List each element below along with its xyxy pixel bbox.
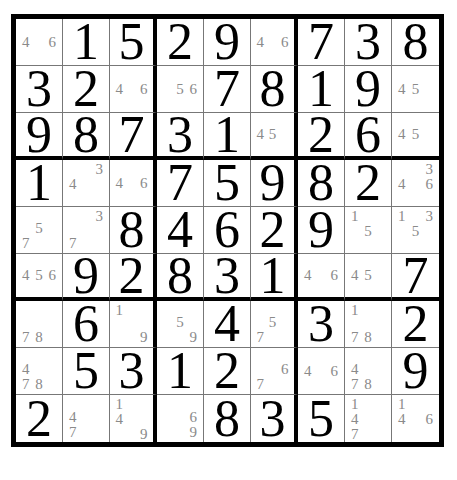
cell-r3c4[interactable]: 3 (157, 113, 204, 160)
empty-candidate-slot (422, 427, 436, 440)
empty-candidate-slot (138, 162, 150, 176)
empty-candidate-slot (32, 350, 45, 362)
solved-digit: 5 (308, 397, 334, 441)
empty-candidate-slot (361, 209, 374, 224)
candidate-digit: 4 (395, 412, 409, 427)
empty-candidate-slot (138, 412, 150, 427)
solved-digit: 3 (355, 20, 381, 64)
pencil-marks: 46 (251, 19, 294, 65)
pencil-marks: 78 (16, 301, 62, 347)
solved-digit: 6 (73, 302, 99, 346)
empty-candidate-slot (46, 236, 59, 251)
cell-r4c7[interactable]: 8 (298, 160, 345, 207)
cell-r3c9[interactable]: 45 (392, 113, 439, 160)
empty-candidate-slot (348, 239, 361, 251)
candidate-digit: 4 (301, 268, 314, 283)
cell-r8c6[interactable]: 67 (251, 348, 298, 395)
empty-candidate-slot (79, 410, 92, 425)
pencil-marks: 346 (392, 160, 439, 206)
empty-candidate-slot (422, 142, 436, 154)
cell-r6c4[interactable]: 8 (157, 254, 204, 301)
empty-candidate-slot (32, 21, 45, 35)
cell-r9c2[interactable]: 47 (63, 395, 110, 442)
empty-candidate-slot (409, 68, 423, 82)
empty-candidate-slot (125, 397, 137, 412)
pencil-marks: 456 (16, 254, 62, 297)
cell-r3c8[interactable]: 6 (345, 113, 392, 160)
empty-candidate-slot (93, 192, 106, 204)
solved-digit: 1 (308, 67, 334, 111)
empty-candidate-slot (173, 410, 186, 425)
empty-candidate-slot (79, 192, 92, 204)
empty-candidate-slot (254, 350, 266, 362)
solved-digit: 8 (119, 208, 145, 252)
candidate-digit: 7 (348, 427, 361, 442)
empty-candidate-slot (66, 209, 79, 224)
solved-digit: 3 (167, 113, 193, 157)
empty-candidate-slot (79, 209, 92, 224)
solved-digit: 2 (308, 113, 334, 157)
solved-digit: 6 (355, 113, 381, 157)
empty-candidate-slot (160, 410, 173, 425)
empty-candidate-slot (328, 350, 341, 364)
candidate-digit: 6 (138, 82, 150, 97)
empty-candidate-slot (125, 162, 137, 176)
empty-candidate-slot (19, 283, 32, 295)
empty-candidate-slot (254, 21, 266, 35)
cell-r4c2[interactable]: 34 (63, 160, 110, 207)
cell-r5c8[interactable]: 15 (345, 207, 392, 254)
solved-digit: 5 (73, 349, 99, 393)
candidate-digit: 6 (46, 268, 59, 283)
pencil-marks: 59 (157, 301, 203, 347)
candidate-digit: 3 (422, 162, 436, 177)
empty-candidate-slot (46, 21, 59, 35)
cell-r6c9[interactable]: 7 (392, 254, 439, 301)
cell-r9c9[interactable]: 146 (392, 395, 439, 442)
cell-r8c5[interactable]: 2 (204, 348, 251, 395)
pencil-marks: 67 (251, 348, 294, 394)
candidate-digit: 4 (254, 35, 266, 50)
candidate-digit: 7 (348, 330, 361, 345)
empty-candidate-slot (125, 82, 137, 97)
empty-candidate-slot (160, 397, 173, 410)
cell-r9c7[interactable]: 5 (298, 395, 345, 442)
empty-candidate-slot (361, 283, 374, 295)
candidate-digit: 4 (66, 410, 79, 425)
solved-digit: 2 (260, 208, 286, 252)
candidate-digit: 1 (113, 303, 125, 318)
candidate-digit: 9 (138, 427, 150, 442)
solved-digit: 8 (260, 67, 286, 111)
candidate-digit: 5 (266, 127, 278, 142)
empty-candidate-slot (375, 377, 388, 392)
cell-r8c9[interactable]: 9 (392, 348, 439, 395)
solved-digit: 8 (73, 113, 99, 157)
solved-digit: 1 (214, 113, 240, 157)
cell-r2c9[interactable]: 45 (392, 66, 439, 113)
empty-candidate-slot (66, 192, 79, 204)
candidate-digit: 6 (279, 362, 291, 377)
empty-candidate-slot (32, 35, 45, 50)
candidate-digit: 4 (395, 127, 409, 142)
pencil-marks: 15 (345, 207, 391, 253)
cell-r4c4[interactable]: 7 (157, 160, 204, 207)
candidate-digit: 5 (361, 224, 374, 239)
pencil-marks: 46 (298, 254, 344, 297)
pencil-marks: 45 (392, 113, 439, 156)
candidate-digit: 5 (173, 82, 186, 97)
candidate-digit: 7 (254, 330, 266, 345)
candidate-digit: 9 (187, 425, 200, 440)
empty-candidate-slot (395, 162, 409, 177)
cell-r8c8[interactable]: 478 (345, 348, 392, 395)
solved-digit: 2 (403, 302, 429, 346)
candidate-digit: 8 (32, 330, 45, 345)
cell-r8c4[interactable]: 1 (157, 348, 204, 395)
candidate-digit: 4 (19, 35, 32, 50)
cell-r1c8[interactable]: 3 (345, 19, 392, 66)
empty-candidate-slot (375, 268, 388, 283)
candidate-digit: 6 (279, 35, 291, 50)
empty-candidate-slot (314, 364, 327, 379)
pencil-marks: 478 (16, 348, 62, 394)
candidate-digit: 6 (422, 177, 436, 192)
empty-candidate-slot (32, 303, 45, 317)
cell-r2c6[interactable]: 8 (251, 66, 298, 113)
empty-candidate-slot (160, 82, 173, 97)
solved-digit: 3 (119, 349, 145, 393)
candidate-digit: 4 (113, 412, 125, 427)
candidate-digit: 5 (361, 268, 374, 283)
empty-candidate-slot (19, 21, 32, 35)
empty-candidate-slot (160, 425, 173, 440)
empty-candidate-slot (375, 412, 388, 427)
sudoku-board: 4615294673832465678194598731452645134467… (11, 14, 444, 447)
candidate-digit: 8 (361, 377, 374, 392)
candidate-digit: 5 (32, 221, 45, 236)
candidate-digit: 1 (348, 303, 361, 318)
candidate-digit: 8 (361, 330, 374, 345)
empty-candidate-slot (19, 221, 32, 236)
pencil-marks: 149 (110, 395, 153, 442)
cell-r7c7[interactable]: 3 (298, 301, 345, 348)
empty-candidate-slot (314, 283, 327, 295)
candidate-digit: 5 (409, 127, 423, 142)
cell-r1c7[interactable]: 7 (298, 19, 345, 66)
empty-candidate-slot (279, 115, 291, 127)
cell-r4c5[interactable]: 5 (204, 160, 251, 207)
empty-candidate-slot (361, 427, 374, 442)
candidate-digit: 1 (395, 209, 409, 224)
empty-candidate-slot (314, 256, 327, 268)
cell-r8c7[interactable]: 46 (298, 348, 345, 395)
pencil-marks: 34 (63, 160, 109, 206)
empty-candidate-slot (173, 425, 186, 440)
solved-digit: 7 (403, 254, 429, 298)
empty-candidate-slot (138, 68, 150, 82)
empty-candidate-slot (160, 68, 173, 82)
candidate-digit: 3 (422, 209, 436, 224)
empty-candidate-slot (375, 224, 388, 239)
empty-candidate-slot (266, 35, 278, 50)
pencil-marks: 146 (392, 395, 439, 442)
candidate-digit: 5 (266, 315, 278, 330)
solved-digit: 7 (308, 20, 334, 64)
solved-digit: 4 (167, 208, 193, 252)
empty-candidate-slot (113, 162, 125, 176)
solved-digit: 8 (167, 254, 193, 298)
empty-candidate-slot (32, 362, 45, 377)
solved-digit: 2 (214, 349, 240, 393)
cell-r7c5[interactable]: 4 (204, 301, 251, 348)
solved-digit: 8 (214, 397, 240, 441)
empty-candidate-slot (422, 192, 436, 204)
candidate-digit: 7 (19, 236, 32, 251)
solved-digit: 3 (26, 67, 52, 111)
pencil-marks: 147 (345, 395, 391, 442)
empty-candidate-slot (422, 224, 436, 239)
empty-candidate-slot (138, 303, 150, 318)
candidate-digit: 1 (395, 397, 409, 412)
empty-candidate-slot (375, 303, 388, 318)
sudoku-grid: 4615294673832465678194598731452645134467… (11, 14, 444, 447)
empty-candidate-slot (46, 317, 59, 331)
candidate-digit: 4 (66, 177, 79, 192)
candidate-digit: 4 (19, 362, 32, 377)
solved-digit: 9 (308, 208, 334, 252)
cell-r1c2[interactable]: 1 (63, 19, 110, 66)
empty-candidate-slot (375, 318, 388, 330)
empty-candidate-slot (409, 142, 423, 154)
empty-candidate-slot (395, 142, 409, 154)
candidate-digit: 4 (395, 177, 409, 192)
empty-candidate-slot (125, 176, 137, 191)
candidate-digit: 4 (395, 82, 409, 97)
empty-candidate-slot (409, 209, 423, 224)
cell-r1c6[interactable]: 46 (251, 19, 298, 66)
candidate-digit: 6 (422, 412, 436, 427)
cell-r5c1[interactable]: 57 (16, 207, 63, 254)
solved-digit: 8 (308, 161, 334, 205)
candidate-digit: 7 (66, 425, 79, 440)
pencil-marks: 478 (345, 348, 391, 394)
solved-digit: 2 (26, 397, 52, 441)
empty-candidate-slot (254, 315, 266, 330)
empty-candidate-slot (361, 412, 374, 427)
cell-r9c5[interactable]: 8 (204, 395, 251, 442)
empty-candidate-slot (279, 127, 291, 142)
cell-r3c1[interactable]: 9 (16, 113, 63, 160)
pencil-marks: 45 (251, 113, 294, 156)
candidate-digit: 4 (301, 364, 314, 379)
empty-candidate-slot (160, 315, 173, 330)
candidate-digit: 4 (19, 268, 32, 283)
cell-r9c1[interactable]: 2 (16, 395, 63, 442)
cell-r6c6[interactable]: 1 (251, 254, 298, 301)
empty-candidate-slot (361, 239, 374, 251)
cell-r8c3[interactable]: 3 (110, 348, 157, 395)
cell-r3c7[interactable]: 2 (298, 113, 345, 160)
cell-r9c4[interactable]: 69 (157, 395, 204, 442)
empty-candidate-slot (409, 427, 423, 440)
empty-candidate-slot (422, 82, 436, 97)
candidate-digit: 4 (348, 412, 361, 427)
empty-candidate-slot (422, 97, 436, 111)
empty-candidate-slot (125, 318, 137, 330)
empty-candidate-slot (125, 427, 137, 442)
empty-candidate-slot (79, 162, 92, 177)
cell-r4c9[interactable]: 346 (392, 160, 439, 207)
candidate-digit: 6 (328, 268, 341, 283)
cell-r4c1[interactable]: 1 (16, 160, 63, 207)
cell-r1c4[interactable]: 2 (157, 19, 204, 66)
candidate-digit: 4 (348, 362, 361, 377)
cell-r6c7[interactable]: 46 (298, 254, 345, 301)
solved-digit: 2 (167, 20, 193, 64)
cell-r1c3[interactable]: 5 (110, 19, 157, 66)
cell-r3c5[interactable]: 1 (204, 113, 251, 160)
cell-r4c3[interactable]: 46 (110, 160, 157, 207)
empty-candidate-slot (32, 283, 45, 295)
solved-digit: 4 (214, 302, 240, 346)
empty-candidate-slot (125, 68, 137, 82)
candidate-digit: 7 (348, 377, 361, 392)
solved-digit: 2 (119, 254, 145, 298)
cell-r3c6[interactable]: 45 (251, 113, 298, 160)
empty-candidate-slot (279, 21, 291, 35)
empty-candidate-slot (32, 236, 45, 251)
empty-candidate-slot (409, 162, 423, 177)
cell-r1c9[interactable]: 8 (392, 19, 439, 66)
empty-candidate-slot (266, 21, 278, 35)
candidate-digit: 5 (173, 315, 186, 330)
empty-candidate-slot (409, 397, 423, 412)
empty-candidate-slot (93, 397, 106, 410)
solved-digit: 7 (167, 161, 193, 205)
candidate-digit: 4 (113, 176, 125, 191)
cell-r7c9[interactable]: 2 (392, 301, 439, 348)
empty-candidate-slot (79, 397, 92, 410)
empty-candidate-slot (187, 315, 200, 330)
cell-r7c8[interactable]: 178 (345, 301, 392, 348)
cell-r6c1[interactable]: 456 (16, 254, 63, 301)
cell-r9c6[interactable]: 3 (251, 395, 298, 442)
candidate-digit: 5 (409, 82, 423, 97)
cell-r6c8[interactable]: 45 (345, 254, 392, 301)
empty-candidate-slot (395, 68, 409, 82)
cell-r8c1[interactable]: 478 (16, 348, 63, 395)
empty-candidate-slot (375, 397, 388, 412)
empty-candidate-slot (361, 303, 374, 318)
empty-candidate-slot (361, 362, 374, 377)
pencil-marks: 19 (110, 301, 153, 347)
cell-r9c8[interactable]: 147 (345, 395, 392, 442)
solved-digit: 2 (73, 67, 99, 111)
cell-r9c3[interactable]: 149 (110, 395, 157, 442)
cell-r3c3[interactable]: 7 (110, 113, 157, 160)
empty-candidate-slot (138, 397, 150, 412)
solved-digit: 3 (214, 254, 240, 298)
empty-candidate-slot (409, 97, 423, 111)
empty-candidate-slot (375, 362, 388, 377)
candidate-digit: 6 (46, 35, 59, 50)
empty-candidate-slot (254, 303, 266, 315)
empty-candidate-slot (46, 350, 59, 362)
solved-digit: 2 (355, 161, 381, 205)
empty-candidate-slot (160, 303, 173, 315)
solved-digit: 5 (214, 161, 240, 205)
empty-candidate-slot (422, 115, 436, 127)
pencil-marks: 46 (110, 160, 153, 206)
cell-r1c1[interactable]: 46 (16, 19, 63, 66)
pencil-marks: 45 (392, 66, 439, 112)
candidate-digit: 6 (328, 364, 341, 379)
empty-candidate-slot (187, 303, 200, 315)
cell-r7c6[interactable]: 57 (251, 301, 298, 348)
empty-candidate-slot (266, 350, 278, 362)
cell-r7c1[interactable]: 78 (16, 301, 63, 348)
solved-digit: 1 (260, 254, 286, 298)
candidate-digit: 6 (187, 410, 200, 425)
cell-r8c2[interactable]: 5 (63, 348, 110, 395)
empty-candidate-slot (348, 283, 361, 295)
empty-candidate-slot (328, 283, 341, 295)
cell-r6c3[interactable]: 2 (110, 254, 157, 301)
empty-candidate-slot (375, 209, 388, 224)
cell-r6c5[interactable]: 3 (204, 254, 251, 301)
solved-digit: 8 (403, 20, 429, 64)
solved-digit: 9 (355, 67, 381, 111)
solved-digit: 9 (73, 254, 99, 298)
cell-r7c4[interactable]: 59 (157, 301, 204, 348)
cell-r5c7[interactable]: 9 (298, 207, 345, 254)
candidate-digit: 5 (32, 268, 45, 283)
candidate-digit: 3 (93, 162, 106, 177)
cell-r7c3[interactable]: 19 (110, 301, 157, 348)
empty-candidate-slot (46, 221, 59, 236)
cell-r4c8[interactable]: 2 (345, 160, 392, 207)
candidate-digit: 4 (254, 127, 266, 142)
pencil-marks: 47 (63, 395, 109, 442)
cell-r4c6[interactable]: 9 (251, 160, 298, 207)
candidate-digit: 6 (187, 82, 200, 97)
empty-candidate-slot (395, 427, 409, 440)
cell-r6c2[interactable]: 9 (63, 254, 110, 301)
empty-candidate-slot (254, 142, 266, 154)
empty-candidate-slot (279, 315, 291, 330)
empty-candidate-slot (46, 283, 59, 295)
cell-r3c2[interactable]: 8 (63, 113, 110, 160)
solved-digit: 3 (260, 397, 286, 441)
empty-candidate-slot (375, 239, 388, 251)
empty-candidate-slot (314, 350, 327, 364)
empty-candidate-slot (187, 68, 200, 82)
cell-r1c5[interactable]: 9 (204, 19, 251, 66)
empty-candidate-slot (46, 330, 59, 345)
empty-candidate-slot (375, 350, 388, 362)
cell-r7c2[interactable]: 6 (63, 301, 110, 348)
candidate-digit: 4 (113, 82, 125, 97)
empty-candidate-slot (125, 303, 137, 318)
empty-candidate-slot (422, 397, 436, 412)
pencil-marks: 46 (16, 19, 62, 65)
empty-candidate-slot (93, 177, 106, 192)
candidate-digit: 5 (409, 224, 423, 239)
empty-candidate-slot (348, 224, 361, 239)
candidate-digit: 1 (348, 209, 361, 224)
pencil-marks: 69 (157, 395, 203, 442)
